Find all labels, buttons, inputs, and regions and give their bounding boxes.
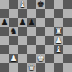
square-a3[interactable]	[0, 45, 9, 54]
square-e6[interactable]	[36, 18, 45, 27]
square-b5[interactable]: ♞	[9, 27, 18, 36]
square-f7[interactable]	[45, 9, 54, 18]
square-b2[interactable]: ♟	[9, 54, 18, 63]
square-g3[interactable]: ♝	[54, 45, 63, 54]
square-h7[interactable]	[63, 9, 72, 18]
square-b7[interactable]	[9, 9, 18, 18]
square-h1[interactable]	[63, 63, 72, 72]
square-c4[interactable]	[18, 36, 27, 45]
square-f4[interactable]	[45, 36, 54, 45]
square-a8[interactable]	[0, 0, 9, 9]
square-e5[interactable]	[36, 27, 45, 36]
square-h6[interactable]	[63, 18, 72, 27]
piece-black-knight[interactable]: ♞	[9, 27, 18, 36]
chess-board: ♝♚♟♟♟♞♜♟♝♟♚♛	[0, 0, 72, 72]
square-c1[interactable]	[18, 63, 27, 72]
square-c8[interactable]: ♝	[18, 0, 27, 9]
square-g8[interactable]	[54, 0, 63, 9]
square-c3[interactable]	[18, 45, 27, 54]
piece-black-pawn[interactable]: ♟	[18, 18, 27, 27]
piece-black-king[interactable]: ♚	[36, 0, 45, 9]
square-e1[interactable]	[36, 63, 45, 72]
square-g1[interactable]	[54, 63, 63, 72]
square-h4[interactable]	[63, 36, 72, 45]
square-a4[interactable]	[0, 36, 9, 45]
square-d5[interactable]	[27, 27, 36, 36]
square-b1[interactable]	[9, 63, 18, 72]
square-f2[interactable]	[45, 54, 54, 63]
square-f8[interactable]	[45, 0, 54, 9]
square-h5[interactable]	[63, 27, 72, 36]
square-g2[interactable]	[54, 54, 63, 63]
chess-screenshot: ♝♚♟♟♟♞♜♟♝♟♚♛	[0, 0, 72, 72]
square-b4[interactable]	[9, 36, 18, 45]
piece-black-pawn[interactable]: ♟	[27, 18, 36, 27]
piece-white-bishop[interactable]: ♝	[18, 0, 27, 9]
square-d3[interactable]	[27, 45, 36, 54]
square-h8[interactable]	[63, 0, 72, 9]
square-e4[interactable]	[36, 36, 45, 45]
square-a2[interactable]	[0, 54, 9, 63]
square-h3[interactable]	[63, 45, 72, 54]
square-a5[interactable]	[0, 27, 9, 36]
square-h2[interactable]	[63, 54, 72, 63]
square-a6[interactable]: ♟	[0, 18, 9, 27]
piece-black-pawn[interactable]: ♟	[0, 18, 9, 27]
square-e7[interactable]	[36, 9, 45, 18]
piece-white-queen[interactable]: ♛	[27, 63, 36, 72]
square-d8[interactable]	[27, 0, 36, 9]
piece-white-pawn[interactable]: ♟	[9, 54, 18, 63]
square-d6[interactable]: ♟	[27, 18, 36, 27]
square-f5[interactable]	[45, 27, 54, 36]
square-g7[interactable]	[54, 9, 63, 18]
square-a1[interactable]	[0, 63, 9, 72]
square-b8[interactable]	[9, 0, 18, 9]
square-c2[interactable]	[18, 54, 27, 63]
square-d4[interactable]	[27, 36, 36, 45]
square-c5[interactable]	[18, 27, 27, 36]
square-f1[interactable]	[45, 63, 54, 72]
square-f6[interactable]	[45, 18, 54, 27]
piece-white-bishop[interactable]: ♝	[54, 45, 63, 54]
square-e8[interactable]: ♚	[36, 0, 45, 9]
square-d1[interactable]: ♛	[27, 63, 36, 72]
square-f3[interactable]	[45, 45, 54, 54]
piece-white-king[interactable]: ♚	[36, 54, 45, 63]
square-c6[interactable]: ♟	[18, 18, 27, 27]
square-e2[interactable]: ♚	[36, 54, 45, 63]
